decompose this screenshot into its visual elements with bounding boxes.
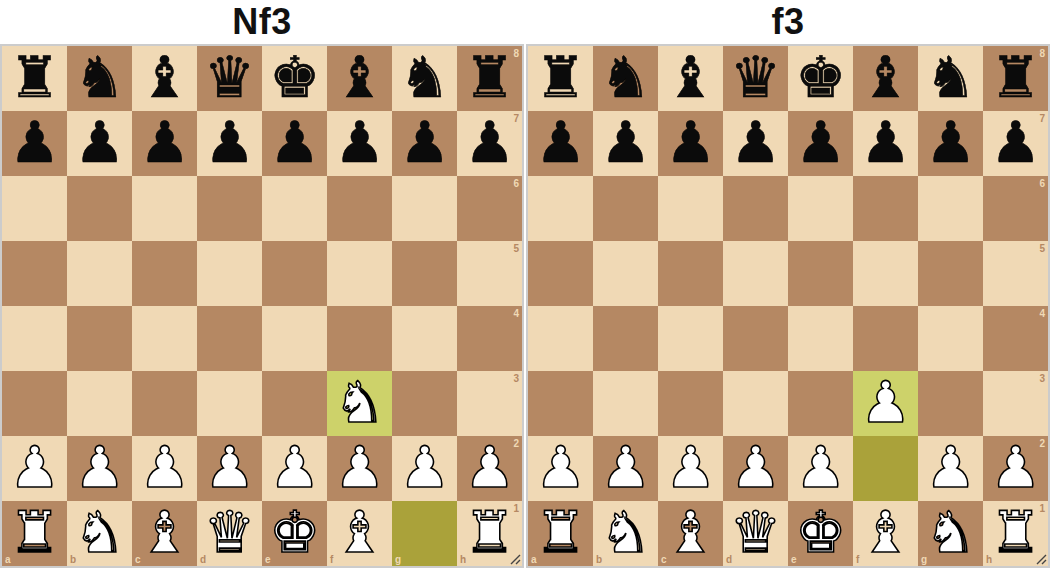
- white-knight: ♞: [918, 501, 983, 566]
- square-f4[interactable]: [327, 306, 392, 371]
- square-f1[interactable]: ♝f: [853, 501, 918, 566]
- black-pawn: ♟: [327, 111, 392, 176]
- square-e8[interactable]: ♚: [788, 46, 853, 111]
- square-d6[interactable]: [723, 176, 788, 241]
- black-pawn: ♟: [392, 111, 457, 176]
- board-resize-handle-icon[interactable]: [1036, 554, 1047, 565]
- square-g4[interactable]: [918, 306, 983, 371]
- square-h5[interactable]: 5: [983, 241, 1048, 306]
- white-pawn: ♟: [327, 436, 392, 501]
- square-c6[interactable]: [132, 176, 197, 241]
- white-pawn: ♟: [262, 436, 327, 501]
- square-e8[interactable]: ♚: [262, 46, 327, 111]
- square-a2[interactable]: ♟: [528, 436, 593, 501]
- white-pawn: ♟: [723, 436, 788, 501]
- square-g5[interactable]: [918, 241, 983, 306]
- square-f7[interactable]: ♟: [853, 111, 918, 176]
- rank-label-4: 4: [513, 308, 519, 319]
- square-c7[interactable]: ♟: [658, 111, 723, 176]
- white-pawn: ♟: [132, 436, 197, 501]
- square-a3[interactable]: [2, 371, 67, 436]
- square-d7[interactable]: ♟: [723, 111, 788, 176]
- square-h7[interactable]: ♟7: [457, 111, 522, 176]
- black-queen: ♛: [197, 46, 262, 111]
- white-pawn: ♟: [392, 436, 457, 501]
- black-knight: ♞: [918, 46, 983, 111]
- square-f4[interactable]: [853, 306, 918, 371]
- square-g5[interactable]: [392, 241, 457, 306]
- file-label-g: g: [395, 554, 401, 565]
- square-h6[interactable]: 6: [457, 176, 522, 241]
- square-f8[interactable]: ♝: [853, 46, 918, 111]
- white-pawn: ♟: [983, 436, 1048, 501]
- square-h2[interactable]: ♟2: [983, 436, 1048, 501]
- board-panel-nf3: Nf3 ♜♞♝♛♚♝♞♜8♟♟♟♟♟♟♟♟7654♞3♟♟♟♟♟♟♟♟2♜a♞b…: [0, 0, 524, 568]
- square-d7[interactable]: ♟: [197, 111, 262, 176]
- square-e4[interactable]: [262, 306, 327, 371]
- white-bishop: ♝: [327, 501, 392, 566]
- square-g7[interactable]: ♟: [918, 111, 983, 176]
- black-pawn: ♟: [197, 111, 262, 176]
- square-h3[interactable]: 3: [983, 371, 1048, 436]
- black-pawn: ♟: [67, 111, 132, 176]
- square-f6[interactable]: [853, 176, 918, 241]
- black-king: ♚: [788, 46, 853, 111]
- white-knight: ♞: [593, 501, 658, 566]
- square-d2[interactable]: ♟: [723, 436, 788, 501]
- black-pawn: ♟: [593, 111, 658, 176]
- square-h3[interactable]: 3: [457, 371, 522, 436]
- board-resize-handle-icon[interactable]: [510, 554, 521, 565]
- white-rook: ♜: [528, 501, 593, 566]
- square-h7[interactable]: ♟7: [983, 111, 1048, 176]
- square-b8[interactable]: ♞: [67, 46, 132, 111]
- rank-label-3: 3: [513, 373, 519, 384]
- square-f5[interactable]: [327, 241, 392, 306]
- white-pawn: ♟: [593, 436, 658, 501]
- square-h1[interactable]: ♜1h: [457, 501, 522, 566]
- white-king: ♚: [262, 501, 327, 566]
- square-a8[interactable]: ♜: [528, 46, 593, 111]
- square-d1[interactable]: ♛d: [197, 501, 262, 566]
- black-rook: ♜: [457, 46, 522, 111]
- black-pawn: ♟: [788, 111, 853, 176]
- square-b7[interactable]: ♟: [67, 111, 132, 176]
- square-a2[interactable]: ♟: [2, 436, 67, 501]
- square-e1[interactable]: ♚e: [262, 501, 327, 566]
- square-h4[interactable]: 4: [457, 306, 522, 371]
- black-pawn: ♟: [918, 111, 983, 176]
- square-c6[interactable]: [658, 176, 723, 241]
- square-d5[interactable]: [197, 241, 262, 306]
- square-c3[interactable]: [132, 371, 197, 436]
- square-f2[interactable]: [853, 436, 918, 501]
- white-bishop: ♝: [658, 501, 723, 566]
- black-bishop: ♝: [853, 46, 918, 111]
- black-pawn: ♟: [2, 111, 67, 176]
- square-e6[interactable]: [262, 176, 327, 241]
- square-f1[interactable]: ♝f: [327, 501, 392, 566]
- page: Nf3 ♜♞♝♛♚♝♞♜8♟♟♟♟♟♟♟♟7654♞3♟♟♟♟♟♟♟♟2♜a♞b…: [0, 0, 1050, 568]
- square-h6[interactable]: 6: [983, 176, 1048, 241]
- rank-label-3: 3: [1039, 373, 1045, 384]
- square-f3[interactable]: ♟: [853, 371, 918, 436]
- chess-board-f3: ♜♞♝♛♚♝♞♜8♟♟♟♟♟♟♟♟7654♟3♟♟♟♟♟♟♟2♜a♞b♝c♛d♚…: [526, 44, 1050, 568]
- white-pawn: ♟: [197, 436, 262, 501]
- square-b3[interactable]: [67, 371, 132, 436]
- square-b5[interactable]: [593, 241, 658, 306]
- black-pawn: ♟: [658, 111, 723, 176]
- black-knight: ♞: [392, 46, 457, 111]
- square-a6[interactable]: [2, 176, 67, 241]
- white-pawn: ♟: [788, 436, 853, 501]
- square-b2[interactable]: ♟: [67, 436, 132, 501]
- black-bishop: ♝: [327, 46, 392, 111]
- black-rook: ♜: [528, 46, 593, 111]
- square-c4[interactable]: [132, 306, 197, 371]
- black-knight: ♞: [67, 46, 132, 111]
- square-a5[interactable]: [528, 241, 593, 306]
- square-c2[interactable]: ♟: [132, 436, 197, 501]
- rank-label-6: 6: [513, 178, 519, 189]
- square-b6[interactable]: [67, 176, 132, 241]
- square-d6[interactable]: [197, 176, 262, 241]
- rank-label-4: 4: [1039, 308, 1045, 319]
- square-c7[interactable]: ♟: [132, 111, 197, 176]
- black-pawn: ♟: [262, 111, 327, 176]
- square-a6[interactable]: [528, 176, 593, 241]
- white-queen: ♛: [723, 501, 788, 566]
- white-queen: ♛: [197, 501, 262, 566]
- square-g2[interactable]: ♟: [918, 436, 983, 501]
- square-c5[interactable]: [132, 241, 197, 306]
- black-bishop: ♝: [658, 46, 723, 111]
- square-e2[interactable]: ♟: [788, 436, 853, 501]
- square-c1[interactable]: ♝c: [132, 501, 197, 566]
- square-d3[interactable]: [723, 371, 788, 436]
- square-a3[interactable]: [528, 371, 593, 436]
- black-bishop: ♝: [132, 46, 197, 111]
- white-pawn: ♟: [853, 371, 918, 436]
- square-a7[interactable]: ♟: [528, 111, 593, 176]
- square-d4[interactable]: [197, 306, 262, 371]
- square-g1[interactable]: ♞g: [918, 501, 983, 566]
- square-c3[interactable]: [658, 371, 723, 436]
- square-c8[interactable]: ♝: [658, 46, 723, 111]
- black-knight: ♞: [593, 46, 658, 111]
- square-g6[interactable]: [918, 176, 983, 241]
- square-d2[interactable]: ♟: [197, 436, 262, 501]
- square-f7[interactable]: ♟: [327, 111, 392, 176]
- square-h4[interactable]: 4: [983, 306, 1048, 371]
- rank-label-5: 5: [1039, 243, 1045, 254]
- square-a8[interactable]: ♜: [2, 46, 67, 111]
- square-a1[interactable]: ♜a: [2, 501, 67, 566]
- square-b4[interactable]: [67, 306, 132, 371]
- square-g8[interactable]: ♞: [392, 46, 457, 111]
- square-e5[interactable]: [262, 241, 327, 306]
- square-g3[interactable]: [392, 371, 457, 436]
- chess-board-nf3: ♜♞♝♛♚♝♞♜8♟♟♟♟♟♟♟♟7654♞3♟♟♟♟♟♟♟♟2♜a♞b♝c♛d…: [0, 44, 524, 568]
- square-e7[interactable]: ♟: [262, 111, 327, 176]
- square-a4[interactable]: [528, 306, 593, 371]
- square-c2[interactable]: ♟: [658, 436, 723, 501]
- square-f3[interactable]: ♞: [327, 371, 392, 436]
- square-e1[interactable]: ♚e: [788, 501, 853, 566]
- square-b1[interactable]: ♞b: [593, 501, 658, 566]
- black-rook: ♜: [983, 46, 1048, 111]
- square-c4[interactable]: [658, 306, 723, 371]
- black-pawn: ♟: [457, 111, 522, 176]
- square-g2[interactable]: ♟: [392, 436, 457, 501]
- square-c1[interactable]: ♝c: [658, 501, 723, 566]
- square-e4[interactable]: [788, 306, 853, 371]
- white-bishop: ♝: [853, 501, 918, 566]
- square-b2[interactable]: ♟: [593, 436, 658, 501]
- white-rook: ♜: [2, 501, 67, 566]
- square-g8[interactable]: ♞: [918, 46, 983, 111]
- square-h8[interactable]: ♜8: [457, 46, 522, 111]
- white-pawn: ♟: [658, 436, 723, 501]
- rank-label-5: 5: [513, 243, 519, 254]
- square-h1[interactable]: ♜1h: [983, 501, 1048, 566]
- square-e3[interactable]: [262, 371, 327, 436]
- black-king: ♚: [262, 46, 327, 111]
- white-knight: ♞: [327, 371, 392, 436]
- square-g7[interactable]: ♟: [392, 111, 457, 176]
- square-f8[interactable]: ♝: [327, 46, 392, 111]
- square-a4[interactable]: [2, 306, 67, 371]
- square-e7[interactable]: ♟: [788, 111, 853, 176]
- white-pawn: ♟: [2, 436, 67, 501]
- square-f2[interactable]: ♟: [327, 436, 392, 501]
- square-b4[interactable]: [593, 306, 658, 371]
- square-f5[interactable]: [853, 241, 918, 306]
- black-pawn: ♟: [723, 111, 788, 176]
- square-a5[interactable]: [2, 241, 67, 306]
- square-d5[interactable]: [723, 241, 788, 306]
- black-pawn: ♟: [983, 111, 1048, 176]
- black-queen: ♛: [723, 46, 788, 111]
- black-pawn: ♟: [528, 111, 593, 176]
- square-d4[interactable]: [723, 306, 788, 371]
- square-f6[interactable]: [327, 176, 392, 241]
- square-b1[interactable]: ♞b: [67, 501, 132, 566]
- white-bishop: ♝: [132, 501, 197, 566]
- square-c5[interactable]: [658, 241, 723, 306]
- square-e5[interactable]: [788, 241, 853, 306]
- white-king: ♚: [788, 501, 853, 566]
- square-g6[interactable]: [392, 176, 457, 241]
- white-pawn: ♟: [67, 436, 132, 501]
- square-b8[interactable]: ♞: [593, 46, 658, 111]
- white-pawn: ♟: [457, 436, 522, 501]
- square-a1[interactable]: ♜a: [528, 501, 593, 566]
- square-e3[interactable]: [788, 371, 853, 436]
- square-g4[interactable]: [392, 306, 457, 371]
- square-e6[interactable]: [788, 176, 853, 241]
- square-h8[interactable]: ♜8: [983, 46, 1048, 111]
- square-d8[interactable]: ♛: [723, 46, 788, 111]
- white-knight: ♞: [67, 501, 132, 566]
- square-e2[interactable]: ♟: [262, 436, 327, 501]
- rank-label-6: 6: [1039, 178, 1045, 189]
- square-h2[interactable]: ♟2: [457, 436, 522, 501]
- square-d1[interactable]: ♛d: [723, 501, 788, 566]
- square-d8[interactable]: ♛: [197, 46, 262, 111]
- white-pawn: ♟: [918, 436, 983, 501]
- square-b7[interactable]: ♟: [593, 111, 658, 176]
- square-a7[interactable]: ♟: [2, 111, 67, 176]
- square-g1[interactable]: g: [392, 501, 457, 566]
- white-pawn: ♟: [528, 436, 593, 501]
- square-c8[interactable]: ♝: [132, 46, 197, 111]
- square-b6[interactable]: [593, 176, 658, 241]
- square-d3[interactable]: [197, 371, 262, 436]
- black-pawn: ♟: [853, 111, 918, 176]
- square-b5[interactable]: [67, 241, 132, 306]
- square-g3[interactable]: [918, 371, 983, 436]
- black-pawn: ♟: [132, 111, 197, 176]
- black-rook: ♜: [2, 46, 67, 111]
- board-title-nf3: Nf3: [0, 0, 524, 44]
- board-title-f3: f3: [526, 0, 1050, 44]
- square-b3[interactable]: [593, 371, 658, 436]
- board-panel-f3: f3 ♜♞♝♛♚♝♞♜8♟♟♟♟♟♟♟♟7654♟3♟♟♟♟♟♟♟2♜a♞b♝c…: [526, 0, 1050, 568]
- square-h5[interactable]: 5: [457, 241, 522, 306]
